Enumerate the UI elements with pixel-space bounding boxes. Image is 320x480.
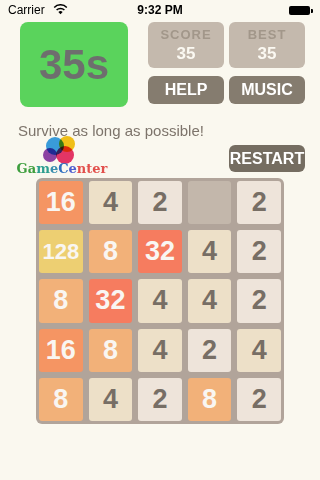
gamecenter-letter: e: [92, 161, 100, 176]
tile-32: 32: [89, 279, 133, 322]
tile-32: 32: [138, 230, 182, 273]
tile-4: 4: [138, 329, 182, 372]
gamecenter-letter: m: [36, 161, 50, 176]
help-button[interactable]: HELP: [148, 76, 224, 104]
empty-cell: [188, 181, 232, 224]
status-bar: Carrier 9:32 PM: [0, 0, 320, 20]
music-button[interactable]: MUSIC: [229, 76, 305, 104]
gamecenter-letter: n: [77, 161, 86, 176]
restart-button[interactable]: RESTART: [229, 145, 305, 172]
tile-4: 4: [89, 378, 133, 421]
tile-8: 8: [89, 329, 133, 372]
gamecenter-letter: e: [50, 161, 58, 176]
gamecenter-letter: C: [58, 161, 68, 176]
clock: 9:32 PM: [0, 3, 320, 17]
tile-2: 2: [237, 181, 281, 224]
battery-icon: [289, 6, 310, 15]
gamecenter-bubbles-icon[interactable]: [36, 133, 76, 163]
tile-4: 4: [188, 279, 232, 322]
best-label: BEST: [248, 27, 287, 42]
tile-2: 2: [138, 181, 182, 224]
tile-2: 2: [237, 279, 281, 322]
gamecenter-letter: e: [69, 161, 77, 176]
tile-8: 8: [39, 378, 83, 421]
tile-4: 4: [138, 279, 182, 322]
tile-2: 2: [138, 378, 182, 421]
tile-2: 2: [188, 329, 232, 372]
tile-128: 128: [39, 230, 83, 273]
tile-4: 4: [89, 181, 133, 224]
gamecenter-letter: a: [28, 161, 36, 176]
timer-display: 35s: [20, 22, 128, 107]
tile-16: 16: [39, 181, 83, 224]
best-value: 35: [258, 44, 277, 64]
tile-2: 2: [237, 378, 281, 421]
score-box: SCORE 35: [148, 22, 224, 68]
tile-8: 8: [89, 230, 133, 273]
gamecenter-wordmark[interactable]: GameCenter: [16, 161, 108, 176]
gamecenter-letter: r: [101, 161, 108, 176]
best-box: BEST 35: [229, 22, 305, 68]
tile-4: 4: [188, 230, 232, 273]
score-label: SCORE: [160, 27, 211, 42]
logo-bubble: [43, 148, 57, 162]
tile-4: 4: [237, 329, 281, 372]
tile-8: 8: [39, 279, 83, 322]
gamecenter-letter: G: [17, 161, 28, 176]
game-board[interactable]: 164221288324283244216842484282: [36, 178, 284, 424]
tile-16: 16: [39, 329, 83, 372]
score-value: 35: [177, 44, 196, 64]
tile-2: 2: [237, 230, 281, 273]
tile-8: 8: [188, 378, 232, 421]
